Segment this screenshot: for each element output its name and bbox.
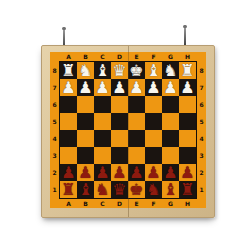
square-g8[interactable]: ♞	[162, 62, 179, 79]
file-label-e: E	[128, 199, 145, 208]
rank-label-4: 4	[50, 130, 59, 147]
square-c4[interactable]	[94, 130, 111, 147]
square-b1[interactable]: ♝	[77, 181, 94, 198]
file-label-g: G	[162, 199, 179, 208]
file-label-d: D	[111, 199, 128, 208]
rank-label-2: 2	[197, 164, 206, 181]
piece-white-pawn: ♟	[78, 79, 92, 96]
rank-label-5: 5	[50, 113, 59, 130]
rank-labels-left: 87654321	[50, 62, 59, 198]
rank-label-8: 8	[197, 62, 206, 79]
rank-label-3: 3	[50, 147, 59, 164]
piece-white-knight: ♞	[163, 62, 177, 79]
square-b3[interactable]	[77, 147, 94, 164]
square-h7[interactable]: ♟	[179, 79, 196, 96]
piece-white-queen: ♛	[112, 62, 126, 79]
square-g6[interactable]	[162, 96, 179, 113]
piece-white-knight: ♞	[78, 62, 92, 79]
piece-red-pawn: ♟	[61, 164, 75, 181]
file-label-a: A	[60, 199, 77, 208]
square-b2[interactable]: ♟	[77, 164, 94, 181]
piece-red-queen: ♛	[112, 181, 126, 198]
square-f3[interactable]	[145, 147, 162, 164]
rank-label-1: 1	[197, 181, 206, 198]
square-f2[interactable]: ♟	[145, 164, 162, 181]
square-h2[interactable]: ♟	[179, 164, 196, 181]
piece-red-knight: ♞	[146, 181, 160, 198]
square-d4[interactable]	[111, 130, 128, 147]
piece-red-pawn: ♟	[129, 164, 143, 181]
piece-white-pawn: ♟	[146, 79, 160, 96]
square-c3[interactable]	[94, 147, 111, 164]
square-d5[interactable]	[111, 113, 128, 130]
rank-label-7: 7	[197, 79, 206, 96]
square-e4[interactable]	[128, 130, 145, 147]
piece-white-pawn: ♟	[180, 79, 194, 96]
square-c1[interactable]: ♞	[94, 181, 111, 198]
file-label-h: H	[179, 52, 196, 61]
square-g7[interactable]: ♟	[162, 79, 179, 96]
rank-label-4: 4	[197, 130, 206, 147]
square-h8[interactable]: ♜	[179, 62, 196, 79]
square-h5[interactable]	[179, 113, 196, 130]
piece-red-bishop: ♝	[78, 181, 92, 198]
square-e8[interactable]: ♚	[128, 62, 145, 79]
square-a5[interactable]	[60, 113, 77, 130]
square-d7[interactable]: ♟	[111, 79, 128, 96]
rank-label-6: 6	[50, 96, 59, 113]
file-label-f: F	[145, 52, 162, 61]
piece-white-pawn: ♟	[129, 79, 143, 96]
square-d6[interactable]	[111, 96, 128, 113]
piece-white-pawn: ♟	[61, 79, 75, 96]
square-e6[interactable]	[128, 96, 145, 113]
square-a6[interactable]	[60, 96, 77, 113]
piece-white-bishop: ♝	[95, 62, 109, 79]
piece-red-pawn: ♟	[95, 164, 109, 181]
square-h3[interactable]	[179, 147, 196, 164]
square-h4[interactable]	[179, 130, 196, 147]
square-b4[interactable]	[77, 130, 94, 147]
piece-red-rook: ♜	[61, 181, 75, 198]
piece-white-pawn: ♟	[163, 79, 177, 96]
square-b7[interactable]: ♟	[77, 79, 94, 96]
piece-white-king: ♚	[129, 62, 143, 79]
square-d3[interactable]	[111, 147, 128, 164]
square-e7[interactable]: ♟	[128, 79, 145, 96]
file-labels-top: ABCDEFGH	[60, 52, 196, 61]
square-a2[interactable]: ♟	[60, 164, 77, 181]
square-c5[interactable]	[94, 113, 111, 130]
square-a3[interactable]	[60, 147, 77, 164]
file-label-f: F	[145, 199, 162, 208]
file-label-c: C	[94, 199, 111, 208]
piece-red-king: ♚	[129, 181, 143, 198]
square-f6[interactable]	[145, 96, 162, 113]
square-a7[interactable]: ♟	[60, 79, 77, 96]
square-g2[interactable]: ♟	[162, 164, 179, 181]
square-c7[interactable]: ♟	[94, 79, 111, 96]
piece-red-pawn: ♟	[180, 164, 194, 181]
square-c2[interactable]: ♟	[94, 164, 111, 181]
rank-label-6: 6	[197, 96, 206, 113]
square-f1[interactable]: ♞	[145, 181, 162, 198]
square-b5[interactable]	[77, 113, 94, 130]
file-label-c: C	[94, 52, 111, 61]
square-a8[interactable]: ♜	[60, 62, 77, 79]
piece-red-bishop: ♝	[163, 181, 177, 198]
square-g5[interactable]	[162, 113, 179, 130]
piece-red-rook: ♜	[180, 181, 194, 198]
square-a1[interactable]: ♜	[60, 181, 77, 198]
square-d1[interactable]: ♛	[111, 181, 128, 198]
file-label-b: B	[77, 52, 94, 61]
rank-label-7: 7	[50, 79, 59, 96]
piece-white-pawn: ♟	[112, 79, 126, 96]
piece-red-knight: ♞	[95, 181, 109, 198]
file-label-h: H	[179, 199, 196, 208]
file-labels-bottom: ABCDEFGH	[60, 199, 196, 208]
square-f4[interactable]	[145, 130, 162, 147]
square-e3[interactable]	[128, 147, 145, 164]
rank-label-2: 2	[50, 164, 59, 181]
square-c6[interactable]	[94, 96, 111, 113]
square-e1[interactable]: ♚	[128, 181, 145, 198]
square-h1[interactable]: ♜	[179, 181, 196, 198]
file-label-g: G	[162, 52, 179, 61]
rank-labels-right: 87654321	[197, 62, 206, 198]
chess-board: ♜♞♝♛♚♝♞♜♟♟♟♟♟♟♟♟♟♟♟♟♟♟♟♟♜♝♞♛♚♞♝♜	[59, 61, 197, 199]
square-f5[interactable]	[145, 113, 162, 130]
piece-red-pawn: ♟	[146, 164, 160, 181]
piece-red-pawn: ♟	[163, 164, 177, 181]
square-f7[interactable]: ♟	[145, 79, 162, 96]
rank-label-1: 1	[50, 181, 59, 198]
square-g1[interactable]: ♝	[162, 181, 179, 198]
piece-white-pawn: ♟	[95, 79, 109, 96]
square-e5[interactable]	[128, 113, 145, 130]
square-b8[interactable]: ♞	[77, 62, 94, 79]
square-h6[interactable]	[179, 96, 196, 113]
piece-red-pawn: ♟	[112, 164, 126, 181]
piece-white-rook: ♜	[61, 62, 75, 79]
square-g4[interactable]	[162, 130, 179, 147]
square-d8[interactable]: ♛	[111, 62, 128, 79]
file-label-a: A	[60, 52, 77, 61]
square-b6[interactable]	[77, 96, 94, 113]
piece-red-pawn: ♟	[78, 164, 92, 181]
square-d2[interactable]: ♟	[111, 164, 128, 181]
chessboard-frame: ABCDEFGH ABCDEFGH 87654321 87654321 ♜♞♝♛…	[41, 45, 215, 218]
piece-white-bishop: ♝	[146, 62, 160, 79]
square-e2[interactable]: ♟	[128, 164, 145, 181]
coordinate-border: ABCDEFGH ABCDEFGH 87654321 87654321 ♜♞♝♛…	[50, 52, 206, 208]
hanging-pin-icon	[184, 27, 186, 46]
square-a4[interactable]	[60, 130, 77, 147]
rank-label-3: 3	[197, 147, 206, 164]
square-c8[interactable]: ♝	[94, 62, 111, 79]
rank-label-5: 5	[197, 113, 206, 130]
piece-white-rook: ♜	[180, 62, 194, 79]
file-label-b: B	[77, 199, 94, 208]
rank-label-8: 8	[50, 62, 59, 79]
square-g3[interactable]	[162, 147, 179, 164]
square-f8[interactable]: ♝	[145, 62, 162, 79]
file-label-d: D	[111, 52, 128, 61]
file-label-e: E	[128, 52, 145, 61]
